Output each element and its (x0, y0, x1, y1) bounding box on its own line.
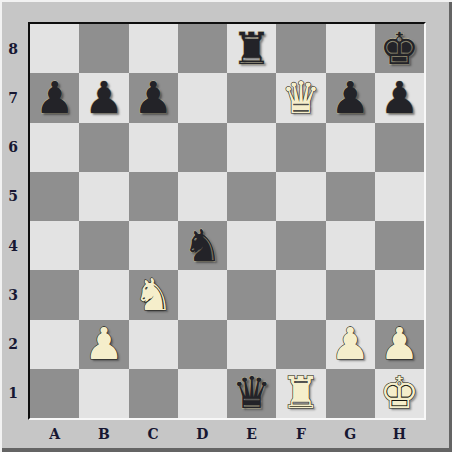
square-e6[interactable] (227, 123, 276, 172)
square-f8[interactable] (276, 24, 325, 73)
square-e4[interactable] (227, 221, 276, 270)
rank-label-1: 1 (0, 369, 26, 418)
white-pawn-h2[interactable]: ♟ (380, 322, 419, 366)
square-h5[interactable] (375, 172, 424, 221)
square-b7[interactable]: ♟ (79, 73, 128, 122)
file-label-e: E (227, 421, 276, 447)
square-b4[interactable] (79, 221, 128, 270)
black-pawn-c7[interactable]: ♟ (133, 76, 172, 120)
white-knight-c3[interactable]: ♞ (133, 273, 172, 317)
square-a3[interactable] (30, 270, 79, 319)
square-a8[interactable] (30, 24, 79, 73)
square-g4[interactable] (326, 221, 375, 270)
file-label-g: G (326, 421, 375, 447)
file-label-b: B (79, 421, 128, 447)
square-e1[interactable]: ♛ (227, 369, 276, 418)
file-label-d: D (178, 421, 227, 447)
chess-board: ♜♚♟♟♟♛♟♟♞♞♟♟♟♛♜♚ (28, 22, 426, 420)
square-b2[interactable]: ♟ (79, 320, 128, 369)
square-g7[interactable]: ♟ (326, 73, 375, 122)
rank-label-4: 4 (0, 221, 26, 270)
square-h4[interactable] (375, 221, 424, 270)
white-pawn-g2[interactable]: ♟ (330, 322, 369, 366)
square-g5[interactable] (326, 172, 375, 221)
square-g8[interactable] (326, 24, 375, 73)
white-king-h1[interactable]: ♚ (380, 371, 419, 415)
file-label-f: F (276, 421, 325, 447)
square-g1[interactable] (326, 369, 375, 418)
square-b8[interactable] (79, 24, 128, 73)
square-f2[interactable] (276, 320, 325, 369)
square-d3[interactable] (178, 270, 227, 319)
square-f7[interactable]: ♛ (276, 73, 325, 122)
file-label-c: C (129, 421, 178, 447)
file-label-a: A (30, 421, 79, 447)
square-a1[interactable] (30, 369, 79, 418)
square-f3[interactable] (276, 270, 325, 319)
square-a2[interactable] (30, 320, 79, 369)
square-d1[interactable] (178, 369, 227, 418)
square-c4[interactable] (129, 221, 178, 270)
square-c7[interactable]: ♟ (129, 73, 178, 122)
white-pawn-b2[interactable]: ♟ (84, 322, 123, 366)
square-a5[interactable] (30, 172, 79, 221)
square-d8[interactable] (178, 24, 227, 73)
square-e8[interactable]: ♜ (227, 24, 276, 73)
rank-label-7: 7 (0, 73, 26, 122)
square-f1[interactable]: ♜ (276, 369, 325, 418)
rank-labels: 87654321 (0, 24, 26, 418)
black-queen-e1[interactable]: ♛ (232, 371, 271, 415)
square-a6[interactable] (30, 123, 79, 172)
square-c5[interactable] (129, 172, 178, 221)
square-h3[interactable] (375, 270, 424, 319)
black-pawn-b7[interactable]: ♟ (84, 76, 123, 120)
square-g2[interactable]: ♟ (326, 320, 375, 369)
square-h2[interactable]: ♟ (375, 320, 424, 369)
square-c6[interactable] (129, 123, 178, 172)
rank-label-3: 3 (0, 270, 26, 319)
file-labels: ABCDEFGH (30, 421, 424, 447)
square-h7[interactable]: ♟ (375, 73, 424, 122)
square-d2[interactable] (178, 320, 227, 369)
square-e7[interactable] (227, 73, 276, 122)
square-h8[interactable]: ♚ (375, 24, 424, 73)
square-c3[interactable]: ♞ (129, 270, 178, 319)
white-queen-f7[interactable]: ♛ (281, 76, 320, 120)
black-king-h8[interactable]: ♚ (380, 27, 419, 71)
square-c1[interactable] (129, 369, 178, 418)
square-e5[interactable] (227, 172, 276, 221)
black-pawn-h7[interactable]: ♟ (380, 76, 419, 120)
black-pawn-a7[interactable]: ♟ (35, 76, 74, 120)
rank-label-5: 5 (0, 172, 26, 221)
square-c2[interactable] (129, 320, 178, 369)
square-f4[interactable] (276, 221, 325, 270)
square-a7[interactable]: ♟ (30, 73, 79, 122)
rank-label-6: 6 (0, 123, 26, 172)
square-b1[interactable] (79, 369, 128, 418)
square-e3[interactable] (227, 270, 276, 319)
chess-diagram-panel: 87654321 ♜♚♟♟♟♛♟♟♞♞♟♟♟♛♜♚ ABCDEFGH (0, 0, 452, 452)
square-d4[interactable]: ♞ (178, 221, 227, 270)
black-knight-d4[interactable]: ♞ (183, 224, 222, 268)
file-label-h: H (375, 421, 424, 447)
square-f5[interactable] (276, 172, 325, 221)
black-rook-e8[interactable]: ♜ (232, 27, 271, 71)
square-h1[interactable]: ♚ (375, 369, 424, 418)
square-b5[interactable] (79, 172, 128, 221)
square-d6[interactable] (178, 123, 227, 172)
square-g3[interactable] (326, 270, 375, 319)
square-d7[interactable] (178, 73, 227, 122)
square-g6[interactable] (326, 123, 375, 172)
rank-label-2: 2 (0, 320, 26, 369)
rank-label-8: 8 (0, 24, 26, 73)
black-pawn-g7[interactable]: ♟ (330, 76, 369, 120)
square-b6[interactable] (79, 123, 128, 172)
square-e2[interactable] (227, 320, 276, 369)
square-b3[interactable] (79, 270, 128, 319)
square-d5[interactable] (178, 172, 227, 221)
square-h6[interactable] (375, 123, 424, 172)
square-c8[interactable] (129, 24, 178, 73)
square-a4[interactable] (30, 221, 79, 270)
white-rook-f1[interactable]: ♜ (281, 371, 320, 415)
square-f6[interactable] (276, 123, 325, 172)
